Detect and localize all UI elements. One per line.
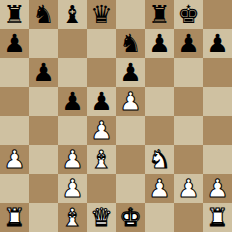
square-a2[interactable] <box>0 174 29 203</box>
square-c2[interactable]: ♟ <box>58 174 87 203</box>
square-g1[interactable] <box>174 203 203 232</box>
square-g4[interactable] <box>174 116 203 145</box>
square-h7[interactable]: ♟ <box>203 29 232 58</box>
piece-black-bishop-c8[interactable]: ♝ <box>61 0 83 29</box>
piece-black-pawn-c5[interactable]: ♟ <box>61 87 83 116</box>
square-b6[interactable]: ♟ <box>29 58 58 87</box>
square-d8[interactable]: ♛ <box>87 0 116 29</box>
piece-black-pawn-e6[interactable]: ♟ <box>119 58 141 87</box>
square-g2[interactable]: ♟ <box>174 174 203 203</box>
piece-white-king-e1[interactable]: ♚ <box>119 203 141 232</box>
piece-white-pawn-g2[interactable]: ♟ <box>177 174 199 203</box>
square-d4[interactable]: ♟ <box>87 116 116 145</box>
square-c3[interactable]: ♟ <box>58 145 87 174</box>
square-d1[interactable]: ♛ <box>87 203 116 232</box>
piece-white-bishop-c1[interactable]: ♝ <box>61 203 83 232</box>
square-h1[interactable]: ♜ <box>203 203 232 232</box>
square-e8[interactable] <box>116 0 145 29</box>
piece-white-pawn-d4[interactable]: ♟ <box>90 116 112 145</box>
square-a3[interactable]: ♟ <box>0 145 29 174</box>
square-c7[interactable] <box>58 29 87 58</box>
square-e4[interactable] <box>116 116 145 145</box>
piece-black-knight-e7[interactable]: ♞ <box>119 29 141 58</box>
square-e2[interactable] <box>116 174 145 203</box>
square-a4[interactable] <box>0 116 29 145</box>
square-g7[interactable]: ♟ <box>174 29 203 58</box>
square-e7[interactable]: ♞ <box>116 29 145 58</box>
piece-white-pawn-h2[interactable]: ♟ <box>206 174 228 203</box>
square-f5[interactable] <box>145 87 174 116</box>
square-e1[interactable]: ♚ <box>116 203 145 232</box>
piece-white-rook-a1[interactable]: ♜ <box>3 203 25 232</box>
square-a5[interactable] <box>0 87 29 116</box>
square-g8[interactable]: ♚ <box>174 0 203 29</box>
square-c4[interactable] <box>58 116 87 145</box>
square-d5[interactable]: ♟ <box>87 87 116 116</box>
square-c5[interactable]: ♟ <box>58 87 87 116</box>
square-d2[interactable] <box>87 174 116 203</box>
piece-white-knight-f3[interactable]: ♞ <box>148 145 170 174</box>
square-b5[interactable] <box>29 87 58 116</box>
piece-white-pawn-a3[interactable]: ♟ <box>3 145 25 174</box>
square-h2[interactable]: ♟ <box>203 174 232 203</box>
square-a6[interactable] <box>0 58 29 87</box>
square-d6[interactable] <box>87 58 116 87</box>
square-g6[interactable] <box>174 58 203 87</box>
square-h5[interactable] <box>203 87 232 116</box>
piece-black-rook-a8[interactable]: ♜ <box>3 0 25 29</box>
square-d7[interactable] <box>87 29 116 58</box>
piece-white-pawn-e5[interactable]: ♟ <box>119 87 141 116</box>
square-b3[interactable] <box>29 145 58 174</box>
piece-black-rook-f8[interactable]: ♜ <box>148 0 170 29</box>
square-h3[interactable] <box>203 145 232 174</box>
square-f2[interactable]: ♟ <box>145 174 174 203</box>
piece-black-pawn-b6[interactable]: ♟ <box>32 58 54 87</box>
square-b8[interactable]: ♞ <box>29 0 58 29</box>
square-c6[interactable] <box>58 58 87 87</box>
square-g5[interactable] <box>174 87 203 116</box>
square-b2[interactable] <box>29 174 58 203</box>
piece-white-pawn-c3[interactable]: ♟ <box>61 145 83 174</box>
piece-black-king-g8[interactable]: ♚ <box>177 0 199 29</box>
piece-black-pawn-d5[interactable]: ♟ <box>90 87 112 116</box>
piece-black-pawn-f7[interactable]: ♟ <box>148 29 170 58</box>
piece-black-pawn-h7[interactable]: ♟ <box>206 29 228 58</box>
square-a7[interactable]: ♟ <box>0 29 29 58</box>
square-e5[interactable]: ♟ <box>116 87 145 116</box>
piece-black-queen-d8[interactable]: ♛ <box>90 0 112 29</box>
square-a8[interactable]: ♜ <box>0 0 29 29</box>
square-h6[interactable] <box>203 58 232 87</box>
square-f4[interactable] <box>145 116 174 145</box>
square-f7[interactable]: ♟ <box>145 29 174 58</box>
piece-black-pawn-a7[interactable]: ♟ <box>3 29 25 58</box>
square-f1[interactable] <box>145 203 174 232</box>
square-g3[interactable] <box>174 145 203 174</box>
piece-black-knight-b8[interactable]: ♞ <box>32 0 54 29</box>
piece-black-pawn-g7[interactable]: ♟ <box>177 29 199 58</box>
square-a1[interactable]: ♜ <box>0 203 29 232</box>
square-e3[interactable] <box>116 145 145 174</box>
square-e6[interactable]: ♟ <box>116 58 145 87</box>
square-f3[interactable]: ♞ <box>145 145 174 174</box>
square-c1[interactable]: ♝ <box>58 203 87 232</box>
piece-white-pawn-c2[interactable]: ♟ <box>61 174 83 203</box>
square-f8[interactable]: ♜ <box>145 0 174 29</box>
piece-white-pawn-f2[interactable]: ♟ <box>148 174 170 203</box>
square-f6[interactable] <box>145 58 174 87</box>
square-c8[interactable]: ♝ <box>58 0 87 29</box>
square-h4[interactable] <box>203 116 232 145</box>
square-b1[interactable] <box>29 203 58 232</box>
piece-white-rook-h1[interactable]: ♜ <box>206 203 228 232</box>
piece-white-queen-d1[interactable]: ♛ <box>90 203 112 232</box>
square-b7[interactable] <box>29 29 58 58</box>
square-d3[interactable]: ♝ <box>87 145 116 174</box>
chess-board: ♜♞♝♛♜♚♟♞♟♟♟♟♟♟♟♟♟♟♟♝♞♟♟♟♟♜♝♛♚♜ <box>0 0 232 232</box>
square-b4[interactable] <box>29 116 58 145</box>
square-h8[interactable] <box>203 0 232 29</box>
piece-white-bishop-d3[interactable]: ♝ <box>90 145 112 174</box>
